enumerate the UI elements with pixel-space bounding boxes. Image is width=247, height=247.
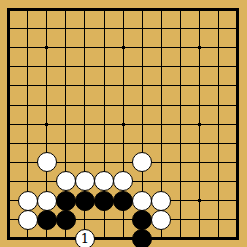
- star-point: [122, 123, 125, 126]
- star-point: [122, 46, 125, 49]
- white-stone: [151, 191, 171, 211]
- black-stone: [75, 191, 95, 211]
- move-1-stone: 1: [75, 229, 95, 247]
- star-point: [198, 123, 201, 126]
- go-diagram: 1: [0, 0, 247, 247]
- white-stone: [132, 191, 152, 211]
- star-point: [45, 123, 48, 126]
- black-stone: [132, 210, 152, 230]
- white-stone: [37, 152, 57, 172]
- grid-line-vertical: [180, 10, 181, 239]
- move-number-label: 1: [81, 232, 89, 245]
- star-point: [198, 199, 201, 202]
- black-stone: [113, 191, 133, 211]
- white-stone: [37, 191, 57, 211]
- black-stone: [132, 229, 152, 247]
- grid-line-horizontal: [9, 143, 238, 144]
- black-stone: [37, 210, 57, 230]
- black-stone: [56, 191, 76, 211]
- white-stone: [18, 210, 38, 230]
- white-stone: [151, 210, 171, 230]
- grid-line-vertical: [218, 10, 219, 239]
- star-point: [198, 46, 201, 49]
- white-stone: [18, 191, 38, 211]
- black-stone: [56, 210, 76, 230]
- star-point: [45, 46, 48, 49]
- black-stone: [94, 191, 114, 211]
